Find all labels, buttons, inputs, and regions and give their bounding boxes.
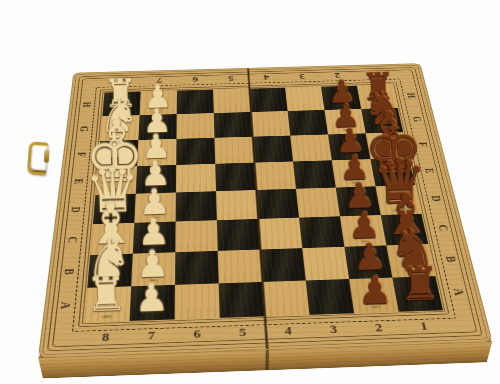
- coordinate-label: A: [435, 285, 482, 300]
- white-pawn: ♟: [134, 278, 169, 317]
- brass-clasp-icon: [27, 141, 48, 175]
- coordinate-label: 5: [220, 324, 266, 340]
- white-rook: ♜: [85, 272, 128, 320]
- coordinate-label: 1: [354, 70, 391, 80]
- coordinate-label: 2: [319, 71, 356, 81]
- coordinate-label: 2: [355, 320, 403, 336]
- coordinate-label: G: [398, 114, 437, 125]
- coordinate-label: 6: [174, 326, 220, 342]
- coordinate-label: 8: [82, 329, 129, 345]
- fold-seam-front: [265, 350, 269, 371]
- coordinate-label: 6: [177, 74, 213, 84]
- coordinate-label: 5: [213, 74, 249, 84]
- coordinate-label: 3: [310, 321, 357, 337]
- coordinate-label: 8: [105, 76, 141, 86]
- coordinate-label: 3: [283, 72, 320, 82]
- chess-board: 87654321 87654321 HGFEDCBA HGFEDCBA ♜♟♟♜…: [39, 64, 491, 357]
- chess-set-photo: 87654321 87654321 HGFEDCBA HGFEDCBA ♜♟♟♜…: [0, 0, 500, 384]
- coordinate-label: 4: [265, 323, 312, 339]
- coordinate-label: 4: [248, 73, 284, 83]
- black-pawn: ♟: [358, 271, 393, 310]
- coordinate-label: A: [42, 298, 88, 313]
- coordinate-label: H: [68, 100, 106, 110]
- coordinate-label: 7: [128, 328, 174, 344]
- coordinate-label: H: [392, 91, 430, 101]
- black-rook: ♜: [398, 261, 440, 308]
- coordinate-label: 7: [141, 75, 177, 85]
- coordinate-label: 1: [400, 318, 448, 334]
